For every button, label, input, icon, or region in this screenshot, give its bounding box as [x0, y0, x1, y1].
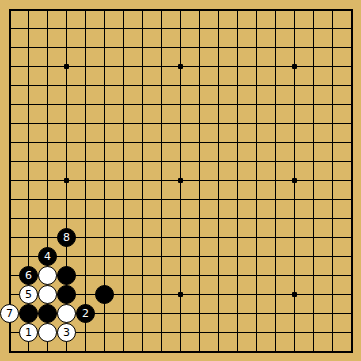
board-intersection — [285, 95, 304, 114]
board-intersection — [152, 57, 171, 76]
board-intersection — [323, 152, 342, 171]
board-intersection — [323, 304, 342, 323]
star-point-intersection — [57, 57, 76, 76]
board-intersection — [190, 152, 209, 171]
white-stone-move-1: 1 — [19, 323, 38, 342]
board-intersection — [247, 323, 266, 342]
star-point-intersection — [171, 285, 190, 304]
board-intersection — [114, 171, 133, 190]
board-intersection — [0, 209, 19, 228]
board-intersection — [38, 171, 57, 190]
board-intersection — [171, 266, 190, 285]
board-intersection — [152, 323, 171, 342]
board-intersection — [342, 266, 361, 285]
board-intersection — [304, 76, 323, 95]
board-intersection — [0, 0, 19, 19]
board-intersection — [76, 0, 95, 19]
board-intersection — [342, 209, 361, 228]
board-intersection — [209, 247, 228, 266]
board-intersection — [323, 266, 342, 285]
board-intersection — [95, 228, 114, 247]
board-intersection — [152, 76, 171, 95]
board-intersection — [304, 342, 323, 361]
board-intersection — [76, 342, 95, 361]
board-intersection — [209, 0, 228, 19]
board-intersection — [190, 114, 209, 133]
board-intersection — [285, 209, 304, 228]
board-intersection — [190, 95, 209, 114]
board-intersection — [0, 247, 19, 266]
board-intersection — [266, 342, 285, 361]
board-intersection — [19, 95, 38, 114]
board-intersection — [285, 152, 304, 171]
board-intersection — [152, 152, 171, 171]
board-intersection — [342, 76, 361, 95]
board-intersection — [95, 95, 114, 114]
board-intersection — [323, 228, 342, 247]
board-intersection — [209, 114, 228, 133]
board-intersection: 2 — [76, 304, 95, 323]
board-intersection — [190, 19, 209, 38]
board-intersection — [190, 323, 209, 342]
board-intersection — [152, 38, 171, 57]
board-intersection — [171, 95, 190, 114]
board-intersection — [152, 114, 171, 133]
board-intersection — [133, 38, 152, 57]
board-intersection — [95, 57, 114, 76]
board-intersection — [285, 266, 304, 285]
board-intersection — [228, 285, 247, 304]
star-point-intersection — [285, 171, 304, 190]
board-intersection — [19, 190, 38, 209]
board-intersection — [57, 95, 76, 114]
board-intersection — [95, 323, 114, 342]
board-intersection — [38, 133, 57, 152]
board-intersection — [247, 114, 266, 133]
board-intersection — [323, 76, 342, 95]
board-intersection — [38, 285, 57, 304]
board-intersection — [247, 285, 266, 304]
board-intersection — [247, 38, 266, 57]
board-intersection — [342, 228, 361, 247]
board-intersection — [190, 266, 209, 285]
board-intersection — [95, 76, 114, 95]
board-intersection — [342, 38, 361, 57]
board-intersection — [285, 323, 304, 342]
board-intersection — [38, 228, 57, 247]
board-intersection — [152, 171, 171, 190]
board-intersection — [0, 114, 19, 133]
board-intersection — [228, 304, 247, 323]
board-intersection — [114, 133, 133, 152]
board-intersection — [0, 266, 19, 285]
board-intersection — [0, 323, 19, 342]
board-intersection — [152, 209, 171, 228]
black-stone — [38, 304, 57, 323]
board-intersection — [95, 304, 114, 323]
board-intersection — [285, 133, 304, 152]
board-intersection — [152, 19, 171, 38]
board-intersection: 6 — [19, 266, 38, 285]
board-intersection — [342, 114, 361, 133]
go-board: 84657213 — [0, 0, 361, 361]
board-intersection — [209, 323, 228, 342]
black-stone-move-2: 2 — [76, 304, 95, 323]
board-intersection — [171, 38, 190, 57]
board-intersection — [304, 95, 323, 114]
board-intersection — [133, 323, 152, 342]
board-intersection — [190, 228, 209, 247]
board-intersection — [323, 19, 342, 38]
board-intersection — [304, 285, 323, 304]
board-intersection — [19, 342, 38, 361]
board-intersection — [342, 95, 361, 114]
board-intersection — [247, 95, 266, 114]
board-intersection — [114, 114, 133, 133]
star-point-intersection — [285, 285, 304, 304]
board-intersection — [57, 209, 76, 228]
board-intersection — [152, 133, 171, 152]
board-intersection — [152, 304, 171, 323]
board-intersection — [76, 228, 95, 247]
board-intersection — [304, 228, 323, 247]
board-intersection — [190, 247, 209, 266]
board-intersection — [133, 190, 152, 209]
board-intersection — [228, 266, 247, 285]
board-intersection — [304, 114, 323, 133]
board-intersection — [228, 342, 247, 361]
board-intersection — [95, 114, 114, 133]
board-intersection — [114, 304, 133, 323]
board-intersection — [209, 57, 228, 76]
board-intersection — [323, 190, 342, 209]
board-intersection — [38, 323, 57, 342]
board-intersection — [304, 38, 323, 57]
board-intersection — [228, 76, 247, 95]
board-intersection — [19, 0, 38, 19]
board-intersection — [38, 38, 57, 57]
board-intersection — [19, 76, 38, 95]
board-intersection — [190, 57, 209, 76]
board-intersection — [133, 266, 152, 285]
white-stone-move-5: 5 — [19, 285, 38, 304]
board-intersection — [266, 228, 285, 247]
board-intersection — [190, 209, 209, 228]
board-intersection — [114, 342, 133, 361]
board-intersection — [247, 19, 266, 38]
board-intersection — [76, 247, 95, 266]
board-intersection — [114, 0, 133, 19]
board-intersection — [342, 285, 361, 304]
board-intersection — [266, 323, 285, 342]
board-intersection — [285, 190, 304, 209]
board-intersection — [285, 114, 304, 133]
board-intersection — [57, 247, 76, 266]
board-intersection — [247, 133, 266, 152]
board-intersection — [190, 133, 209, 152]
board-intersection — [342, 247, 361, 266]
board-intersection — [114, 209, 133, 228]
board-intersection — [152, 285, 171, 304]
board-intersection — [38, 304, 57, 323]
board-intersection — [171, 342, 190, 361]
board-intersection — [228, 114, 247, 133]
board-intersection — [228, 38, 247, 57]
board-intersection — [285, 342, 304, 361]
board-intersection — [266, 0, 285, 19]
board-intersection — [133, 304, 152, 323]
board-intersection — [152, 342, 171, 361]
board-intersection — [95, 266, 114, 285]
board-intersection — [247, 190, 266, 209]
board-intersection — [266, 95, 285, 114]
board-intersection — [228, 209, 247, 228]
board-intersection — [342, 342, 361, 361]
board-intersection — [38, 19, 57, 38]
board-intersection — [209, 171, 228, 190]
board-intersection — [133, 228, 152, 247]
board-intersection — [152, 190, 171, 209]
board-intersection — [76, 114, 95, 133]
board-intersection — [266, 285, 285, 304]
board-intersection — [57, 0, 76, 19]
board-intersection — [0, 171, 19, 190]
board-intersection — [304, 0, 323, 19]
board-intersection — [247, 228, 266, 247]
board-intersection — [266, 304, 285, 323]
board-intersection — [247, 57, 266, 76]
board-intersection — [19, 19, 38, 38]
board-intersection — [95, 285, 114, 304]
white-stone — [57, 304, 76, 323]
board-intersection — [114, 38, 133, 57]
board-intersection — [38, 114, 57, 133]
board-intersection — [190, 285, 209, 304]
board-intersection — [0, 19, 19, 38]
board-intersection — [95, 133, 114, 152]
board-intersection — [57, 133, 76, 152]
board-intersection — [133, 285, 152, 304]
board-intersection — [323, 57, 342, 76]
board-intersection — [76, 95, 95, 114]
board-intersection — [38, 209, 57, 228]
board-intersection — [38, 0, 57, 19]
board-intersection — [247, 0, 266, 19]
board-intersection — [171, 76, 190, 95]
board-intersection — [114, 95, 133, 114]
board-intersection — [38, 76, 57, 95]
board-intersection — [57, 190, 76, 209]
board-intersection — [285, 19, 304, 38]
board-intersection — [133, 171, 152, 190]
board-intersection — [133, 95, 152, 114]
board-intersection — [304, 57, 323, 76]
board-intersection — [228, 133, 247, 152]
board-intersection — [171, 114, 190, 133]
board-intersection — [76, 266, 95, 285]
board-intersection — [342, 133, 361, 152]
white-stone-move-7: 7 — [0, 304, 19, 323]
board-intersection — [0, 228, 19, 247]
board-intersection — [38, 190, 57, 209]
board-intersection: 7 — [0, 304, 19, 323]
board-intersection — [247, 342, 266, 361]
board-intersection — [285, 304, 304, 323]
board-intersection — [19, 304, 38, 323]
board-intersection — [95, 190, 114, 209]
board-intersection — [76, 133, 95, 152]
board-intersection — [304, 152, 323, 171]
board-intersection — [95, 171, 114, 190]
board-intersection — [304, 19, 323, 38]
board-intersection: 1 — [19, 323, 38, 342]
board-intersection — [209, 38, 228, 57]
white-stone — [38, 266, 57, 285]
board-intersection — [266, 114, 285, 133]
star-point-intersection — [57, 285, 76, 304]
board-intersection — [228, 95, 247, 114]
board-intersection — [209, 285, 228, 304]
board-intersection — [342, 57, 361, 76]
board-intersection — [247, 266, 266, 285]
board-intersection — [323, 171, 342, 190]
board-intersection — [209, 266, 228, 285]
board-intersection — [38, 342, 57, 361]
board-intersection — [323, 0, 342, 19]
board-intersection — [342, 171, 361, 190]
board-intersection — [228, 19, 247, 38]
board-intersection — [190, 304, 209, 323]
board-intersection — [95, 152, 114, 171]
board-intersection — [19, 38, 38, 57]
board-intersection — [266, 209, 285, 228]
black-stone — [19, 304, 38, 323]
board-intersection — [133, 57, 152, 76]
board-intersection — [228, 228, 247, 247]
board-intersection — [304, 133, 323, 152]
board-intersection — [209, 304, 228, 323]
board-intersection — [114, 57, 133, 76]
board-intersection — [19, 133, 38, 152]
board-intersection — [266, 76, 285, 95]
board-intersection — [95, 38, 114, 57]
board-intersection — [190, 190, 209, 209]
black-stone-move-4: 4 — [38, 247, 57, 266]
board-intersection — [76, 209, 95, 228]
board-intersection — [76, 152, 95, 171]
board-intersection — [171, 133, 190, 152]
board-intersection — [114, 76, 133, 95]
board-intersection — [228, 190, 247, 209]
board-intersection — [19, 209, 38, 228]
board-intersection — [114, 247, 133, 266]
board-intersection — [171, 209, 190, 228]
board-intersection — [57, 152, 76, 171]
board-intersection — [209, 152, 228, 171]
board-intersection — [342, 323, 361, 342]
star-point-intersection — [171, 57, 190, 76]
board-intersection — [285, 0, 304, 19]
board-intersection — [76, 57, 95, 76]
board-intersection — [76, 190, 95, 209]
board-intersection — [266, 266, 285, 285]
board-intersection — [114, 285, 133, 304]
board-intersection — [76, 19, 95, 38]
board-intersection — [228, 57, 247, 76]
board-intersection — [209, 133, 228, 152]
board-intersection — [285, 247, 304, 266]
board-intersection — [114, 266, 133, 285]
board-intersection — [38, 57, 57, 76]
board-intersection — [57, 19, 76, 38]
board-intersection — [171, 190, 190, 209]
board-intersection — [304, 304, 323, 323]
board-intersection — [38, 152, 57, 171]
board-intersection — [304, 247, 323, 266]
board-intersection — [323, 38, 342, 57]
board-intersection — [266, 152, 285, 171]
board-intersection — [38, 95, 57, 114]
star-point-intersection — [285, 57, 304, 76]
board-intersection — [209, 76, 228, 95]
board-intersection — [247, 247, 266, 266]
board-intersection — [133, 152, 152, 171]
board-intersection — [323, 95, 342, 114]
board-intersection — [19, 228, 38, 247]
board-intersection — [133, 76, 152, 95]
board-intersection — [152, 266, 171, 285]
board-intersection: 3 — [57, 323, 76, 342]
board-intersection — [304, 323, 323, 342]
board-intersection — [152, 247, 171, 266]
board-intersection — [0, 95, 19, 114]
board-intersection — [0, 285, 19, 304]
board-intersection — [304, 266, 323, 285]
black-stone-move-6: 6 — [19, 266, 38, 285]
board-intersection — [228, 152, 247, 171]
board-intersection — [304, 190, 323, 209]
board-intersection — [285, 228, 304, 247]
board-intersection — [247, 304, 266, 323]
white-stone — [38, 285, 57, 304]
board-intersection — [133, 19, 152, 38]
board-intersection — [57, 342, 76, 361]
board-intersection — [19, 152, 38, 171]
board-intersection — [247, 76, 266, 95]
board-intersection — [76, 76, 95, 95]
board-intersection — [171, 19, 190, 38]
board-intersection — [57, 76, 76, 95]
board-intersection — [171, 304, 190, 323]
board-intersection — [95, 209, 114, 228]
board-intersection — [228, 0, 247, 19]
board-intersection — [323, 114, 342, 133]
board-intersection — [209, 95, 228, 114]
board-intersection — [285, 76, 304, 95]
board-intersection — [323, 209, 342, 228]
board-intersection — [0, 76, 19, 95]
board-intersection — [342, 304, 361, 323]
board-intersection — [190, 0, 209, 19]
board-intersection — [171, 247, 190, 266]
board-intersection: 4 — [38, 247, 57, 266]
white-stone — [38, 323, 57, 342]
board-intersection — [95, 342, 114, 361]
board-intersection — [209, 19, 228, 38]
board-intersection — [57, 114, 76, 133]
board-intersection — [209, 228, 228, 247]
board-intersection — [323, 342, 342, 361]
